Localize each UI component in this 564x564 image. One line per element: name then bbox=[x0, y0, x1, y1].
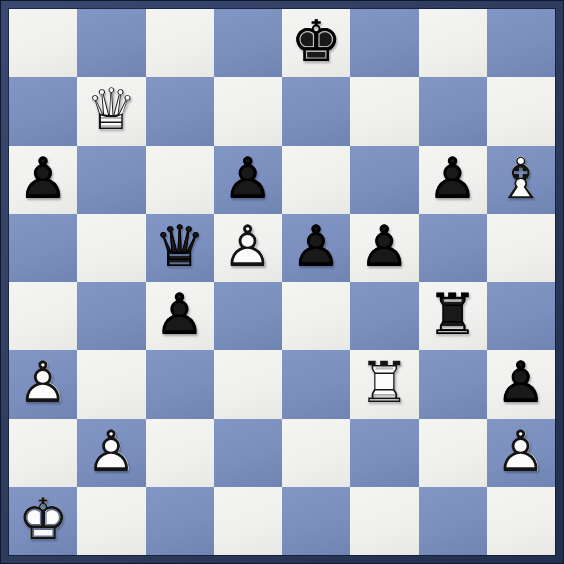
white-rook: ♜♖ bbox=[350, 350, 418, 418]
white-pawn: ♟♙ bbox=[214, 214, 282, 282]
black-pawn: ♟♙ bbox=[282, 214, 350, 282]
square-g3[interactable] bbox=[419, 350, 487, 418]
square-f7[interactable] bbox=[350, 77, 418, 145]
square-h5[interactable] bbox=[487, 214, 555, 282]
black-king: ♚♔ bbox=[282, 9, 350, 77]
square-b6[interactable] bbox=[77, 146, 145, 214]
square-h6[interactable]: ♝♗ bbox=[487, 146, 555, 214]
square-d7[interactable] bbox=[214, 77, 282, 145]
square-a4[interactable] bbox=[9, 282, 77, 350]
square-b2[interactable]: ♟♙ bbox=[77, 419, 145, 487]
square-b5[interactable] bbox=[77, 214, 145, 282]
square-d3[interactable] bbox=[214, 350, 282, 418]
square-g2[interactable] bbox=[419, 419, 487, 487]
square-h4[interactable] bbox=[487, 282, 555, 350]
square-d4[interactable] bbox=[214, 282, 282, 350]
square-g4[interactable]: ♜♖ bbox=[419, 282, 487, 350]
white-pawn: ♟♙ bbox=[77, 419, 145, 487]
white-king: ♚♔ bbox=[9, 487, 77, 555]
square-e4[interactable] bbox=[282, 282, 350, 350]
square-a7[interactable] bbox=[9, 77, 77, 145]
black-pawn: ♟♙ bbox=[9, 146, 77, 214]
black-queen: ♛♕ bbox=[146, 214, 214, 282]
square-d5[interactable]: ♟♙ bbox=[214, 214, 282, 282]
square-g7[interactable] bbox=[419, 77, 487, 145]
square-f2[interactable] bbox=[350, 419, 418, 487]
square-c7[interactable] bbox=[146, 77, 214, 145]
square-e1[interactable] bbox=[282, 487, 350, 555]
square-e3[interactable] bbox=[282, 350, 350, 418]
black-pawn: ♟♙ bbox=[487, 350, 555, 418]
black-pawn: ♟♙ bbox=[350, 214, 418, 282]
square-a3[interactable]: ♟♙ bbox=[9, 350, 77, 418]
square-e8[interactable]: ♚♔ bbox=[282, 9, 350, 77]
black-rook: ♜♖ bbox=[419, 282, 487, 350]
square-d8[interactable] bbox=[214, 9, 282, 77]
white-pawn: ♟♙ bbox=[9, 350, 77, 418]
square-b3[interactable] bbox=[77, 350, 145, 418]
square-a5[interactable] bbox=[9, 214, 77, 282]
square-c5[interactable]: ♛♕ bbox=[146, 214, 214, 282]
square-g5[interactable] bbox=[419, 214, 487, 282]
black-pawn: ♟♙ bbox=[146, 282, 214, 350]
square-c2[interactable] bbox=[146, 419, 214, 487]
square-e2[interactable] bbox=[282, 419, 350, 487]
square-h7[interactable] bbox=[487, 77, 555, 145]
square-h8[interactable] bbox=[487, 9, 555, 77]
square-e5[interactable]: ♟♙ bbox=[282, 214, 350, 282]
square-b4[interactable] bbox=[77, 282, 145, 350]
square-e7[interactable] bbox=[282, 77, 350, 145]
white-pawn: ♟♙ bbox=[487, 419, 555, 487]
square-b1[interactable] bbox=[77, 487, 145, 555]
square-c6[interactable] bbox=[146, 146, 214, 214]
square-h1[interactable] bbox=[487, 487, 555, 555]
square-b8[interactable] bbox=[77, 9, 145, 77]
square-f6[interactable] bbox=[350, 146, 418, 214]
white-queen: ♛♕ bbox=[77, 77, 145, 145]
black-pawn: ♟♙ bbox=[419, 146, 487, 214]
square-a2[interactable] bbox=[9, 419, 77, 487]
square-d6[interactable]: ♟♙ bbox=[214, 146, 282, 214]
square-f5[interactable]: ♟♙ bbox=[350, 214, 418, 282]
square-f1[interactable] bbox=[350, 487, 418, 555]
white-bishop: ♝♗ bbox=[487, 146, 555, 214]
square-f3[interactable]: ♜♖ bbox=[350, 350, 418, 418]
square-f8[interactable] bbox=[350, 9, 418, 77]
chess-board: ♚♔♛♕♟♙♟♙♟♙♝♗♛♕♟♙♟♙♟♙♟♙♜♖♟♙♜♖♟♙♟♙♟♙♚♔ bbox=[9, 9, 555, 555]
square-f4[interactable] bbox=[350, 282, 418, 350]
square-g8[interactable] bbox=[419, 9, 487, 77]
square-a6[interactable]: ♟♙ bbox=[9, 146, 77, 214]
square-c4[interactable]: ♟♙ bbox=[146, 282, 214, 350]
board-frame: ♚♔♛♕♟♙♟♙♟♙♝♗♛♕♟♙♟♙♟♙♟♙♜♖♟♙♜♖♟♙♟♙♟♙♚♔ bbox=[0, 0, 564, 564]
square-d1[interactable] bbox=[214, 487, 282, 555]
square-h2[interactable]: ♟♙ bbox=[487, 419, 555, 487]
square-g6[interactable]: ♟♙ bbox=[419, 146, 487, 214]
square-a1[interactable]: ♚♔ bbox=[9, 487, 77, 555]
square-d2[interactable] bbox=[214, 419, 282, 487]
square-a8[interactable] bbox=[9, 9, 77, 77]
square-h3[interactable]: ♟♙ bbox=[487, 350, 555, 418]
square-c3[interactable] bbox=[146, 350, 214, 418]
square-c1[interactable] bbox=[146, 487, 214, 555]
square-e6[interactable] bbox=[282, 146, 350, 214]
square-g1[interactable] bbox=[419, 487, 487, 555]
square-b7[interactable]: ♛♕ bbox=[77, 77, 145, 145]
square-c8[interactable] bbox=[146, 9, 214, 77]
black-pawn: ♟♙ bbox=[214, 146, 282, 214]
